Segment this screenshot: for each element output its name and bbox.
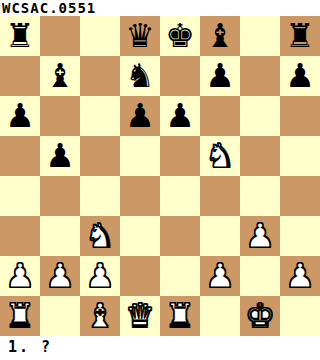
piece-white-knight: ♞ [200, 136, 240, 176]
square-e3[interactable] [160, 216, 200, 256]
square-e1[interactable]: ♜ [160, 296, 200, 336]
piece-black-bishop: ♝ [200, 16, 240, 56]
puzzle-title: WCSAC.0551 [0, 0, 320, 16]
square-c6[interactable] [80, 96, 120, 136]
square-a4[interactable] [0, 176, 40, 216]
piece-white-pawn: ♟ [0, 256, 40, 296]
piece-white-knight: ♞ [80, 216, 120, 256]
square-g1[interactable]: ♚ [240, 296, 280, 336]
square-d6[interactable]: ♟ [120, 96, 160, 136]
move-prompt: 1. ? [0, 336, 320, 360]
square-b8[interactable] [40, 16, 80, 56]
square-b7[interactable]: ♝ [40, 56, 80, 96]
chess-board: ♜♛♚♝♜♝♞♟♟♟♟♟♟♞♞♟♟♟♟♟♟♜♝♛♜♚ [0, 16, 320, 336]
square-g6[interactable] [240, 96, 280, 136]
square-c3[interactable]: ♞ [80, 216, 120, 256]
square-h3[interactable] [280, 216, 320, 256]
piece-black-rook: ♜ [280, 16, 320, 56]
square-e7[interactable] [160, 56, 200, 96]
piece-black-bishop: ♝ [40, 56, 80, 96]
square-a7[interactable] [0, 56, 40, 96]
piece-black-rook: ♜ [0, 16, 40, 56]
square-e2[interactable] [160, 256, 200, 296]
piece-white-pawn: ♟ [80, 256, 120, 296]
square-e6[interactable]: ♟ [160, 96, 200, 136]
square-e8[interactable]: ♚ [160, 16, 200, 56]
piece-white-pawn: ♟ [40, 256, 80, 296]
square-e5[interactable] [160, 136, 200, 176]
piece-black-pawn: ♟ [0, 96, 40, 136]
square-c1[interactable]: ♝ [80, 296, 120, 336]
square-d8[interactable]: ♛ [120, 16, 160, 56]
square-h4[interactable] [280, 176, 320, 216]
square-d3[interactable] [120, 216, 160, 256]
piece-black-knight: ♞ [120, 56, 160, 96]
square-h2[interactable]: ♟ [280, 256, 320, 296]
square-f1[interactable] [200, 296, 240, 336]
square-b3[interactable] [40, 216, 80, 256]
square-f3[interactable] [200, 216, 240, 256]
piece-black-pawn: ♟ [120, 96, 160, 136]
square-c8[interactable] [80, 16, 120, 56]
piece-black-pawn: ♟ [40, 136, 80, 176]
piece-white-king: ♚ [240, 296, 280, 336]
piece-black-pawn: ♟ [160, 96, 200, 136]
piece-white-pawn: ♟ [200, 256, 240, 296]
square-a2[interactable]: ♟ [0, 256, 40, 296]
square-b5[interactable]: ♟ [40, 136, 80, 176]
square-f7[interactable]: ♟ [200, 56, 240, 96]
square-c2[interactable]: ♟ [80, 256, 120, 296]
square-a6[interactable]: ♟ [0, 96, 40, 136]
square-h7[interactable]: ♟ [280, 56, 320, 96]
square-e4[interactable] [160, 176, 200, 216]
square-b2[interactable]: ♟ [40, 256, 80, 296]
square-f4[interactable] [200, 176, 240, 216]
piece-black-king: ♚ [160, 16, 200, 56]
square-h5[interactable] [280, 136, 320, 176]
square-f5[interactable]: ♞ [200, 136, 240, 176]
square-a3[interactable] [0, 216, 40, 256]
square-f2[interactable]: ♟ [200, 256, 240, 296]
piece-black-pawn: ♟ [200, 56, 240, 96]
chess-puzzle-window: WCSAC.0551 ♜♛♚♝♜♝♞♟♟♟♟♟♟♞♞♟♟♟♟♟♟♜♝♛♜♚ 1.… [0, 0, 320, 360]
square-b6[interactable] [40, 96, 80, 136]
piece-white-queen: ♛ [120, 296, 160, 336]
square-d1[interactable]: ♛ [120, 296, 160, 336]
square-d4[interactable] [120, 176, 160, 216]
square-f6[interactable] [200, 96, 240, 136]
piece-white-bishop: ♝ [80, 296, 120, 336]
square-d7[interactable]: ♞ [120, 56, 160, 96]
square-g3[interactable]: ♟ [240, 216, 280, 256]
square-c4[interactable] [80, 176, 120, 216]
piece-white-rook: ♜ [0, 296, 40, 336]
piece-black-queen: ♛ [120, 16, 160, 56]
square-b4[interactable] [40, 176, 80, 216]
square-d5[interactable] [120, 136, 160, 176]
square-h1[interactable] [280, 296, 320, 336]
piece-white-pawn: ♟ [280, 256, 320, 296]
square-g5[interactable] [240, 136, 280, 176]
square-c7[interactable] [80, 56, 120, 96]
piece-black-pawn: ♟ [280, 56, 320, 96]
square-a8[interactable]: ♜ [0, 16, 40, 56]
square-g7[interactable] [240, 56, 280, 96]
piece-white-pawn: ♟ [240, 216, 280, 256]
square-h8[interactable]: ♜ [280, 16, 320, 56]
square-h6[interactable] [280, 96, 320, 136]
square-d2[interactable] [120, 256, 160, 296]
square-a1[interactable]: ♜ [0, 296, 40, 336]
square-f8[interactable]: ♝ [200, 16, 240, 56]
square-a5[interactable] [0, 136, 40, 176]
square-g4[interactable] [240, 176, 280, 216]
piece-white-rook: ♜ [160, 296, 200, 336]
square-g8[interactable] [240, 16, 280, 56]
square-g2[interactable] [240, 256, 280, 296]
square-b1[interactable] [40, 296, 80, 336]
square-c5[interactable] [80, 136, 120, 176]
